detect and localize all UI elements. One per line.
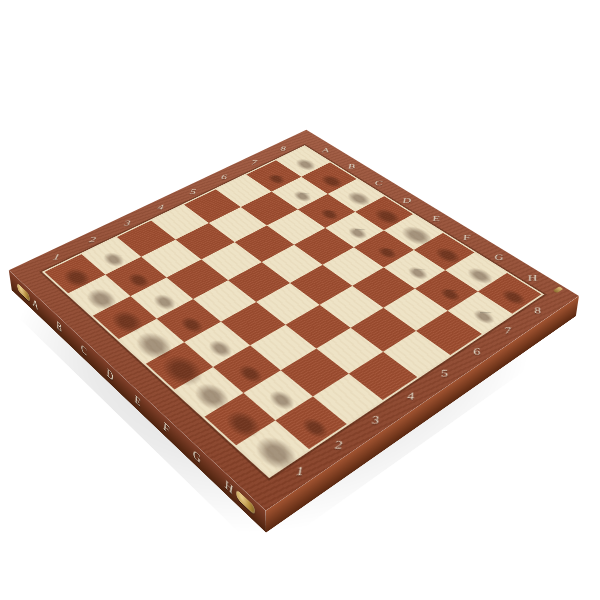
square-h6 — [416, 311, 482, 355]
black-pawn-icon: ♟ — [432, 261, 460, 293]
rank-label-left-7: 7 — [251, 159, 257, 167]
rank-label-left-8: 8 — [280, 145, 286, 153]
file-label-back-f: F — [462, 233, 471, 242]
chess-board: A11B22C33D44E55F66G77H88 ABCDEFGH ♜♞♝♛♚♝… — [9, 130, 579, 511]
product-photo-scene: A11B22C33D44E55F66G77H88 ABCDEFGH ♜♞♝♛♚♝… — [0, 0, 600, 600]
black-pawn-icon: ♟ — [465, 283, 494, 315]
rank-label-left-5: 5 — [189, 188, 196, 196]
square-e4 — [256, 283, 319, 325]
file-label-back-d: D — [402, 196, 412, 205]
white-queen-icon: ♛ — [242, 383, 303, 451]
rank-label-right-2: 2 — [334, 438, 342, 452]
file-label-front-d: D — [106, 365, 114, 385]
rank-label-right-4: 4 — [406, 390, 415, 403]
square-f4 — [286, 305, 351, 349]
black-rook-icon: ♜ — [493, 258, 527, 296]
file-label-back-b: B — [348, 162, 356, 170]
rank-label-right-7: 7 — [503, 325, 512, 336]
board-top-face: A11B22C33D44E55F66G77H88 — [9, 130, 579, 511]
rank-label-right-1: 1 — [296, 464, 304, 479]
rank-label-left-6: 6 — [221, 173, 227, 181]
file-label-back-c: C — [374, 179, 383, 187]
rank-label-right-5: 5 — [440, 367, 449, 379]
rank-label-right-6: 6 — [472, 346, 481, 358]
rank-label-left-3: 3 — [123, 219, 131, 228]
file-label-back-a: A — [322, 147, 329, 155]
brass-pin-icon — [553, 286, 563, 293]
square-h4 — [349, 352, 417, 400]
square-g5 — [351, 308, 416, 352]
square-h5 — [383, 331, 450, 377]
file-label-back-h: H — [526, 273, 538, 283]
rank-label-left-4: 4 — [157, 203, 164, 212]
rank-label-right-8: 8 — [533, 305, 543, 316]
file-label-back-e: E — [432, 214, 441, 223]
rank-label-right-3: 3 — [371, 413, 380, 427]
square-g6 — [383, 289, 447, 331]
square-f5 — [320, 286, 384, 328]
square-g4 — [316, 328, 383, 374]
